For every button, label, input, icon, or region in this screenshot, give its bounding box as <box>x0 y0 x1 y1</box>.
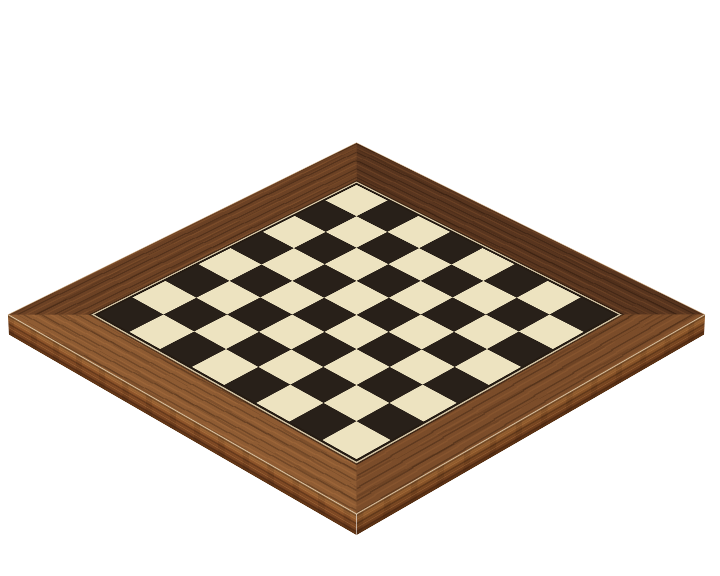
square-e3 <box>291 332 356 367</box>
square-g6 <box>454 315 519 350</box>
square-e2 <box>258 349 324 385</box>
square-c2 <box>194 315 259 350</box>
square-f3 <box>324 349 390 385</box>
square-f1 <box>256 385 323 422</box>
square-f2 <box>290 367 356 403</box>
square-g3 <box>357 367 423 403</box>
chess-board <box>8 142 705 513</box>
square-d2 <box>226 332 291 367</box>
square-h5 <box>455 349 521 385</box>
square-b1 <box>129 315 194 350</box>
board-scene <box>110 68 603 561</box>
square-h4 <box>423 367 489 403</box>
square-f4 <box>357 332 422 367</box>
square-g4 <box>389 349 455 385</box>
product-photo-canvas <box>0 0 720 576</box>
square-f5 <box>389 315 454 350</box>
square-e4 <box>324 315 389 350</box>
square-h3 <box>390 385 457 422</box>
square-h2 <box>357 403 424 440</box>
square-c1 <box>160 332 225 367</box>
square-h1 <box>323 421 391 459</box>
square-g2 <box>323 385 390 422</box>
square-g1 <box>289 403 356 440</box>
square-e1 <box>224 367 290 403</box>
square-d1 <box>192 349 258 385</box>
square-d3 <box>259 315 324 350</box>
square-h6 <box>487 332 552 367</box>
board-top-face <box>8 142 705 513</box>
square-h7 <box>519 315 584 350</box>
square-g5 <box>422 332 487 367</box>
